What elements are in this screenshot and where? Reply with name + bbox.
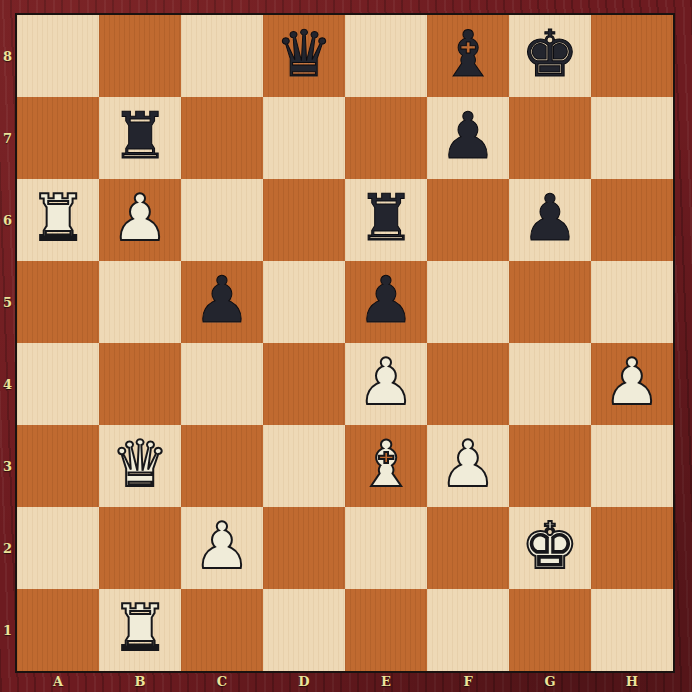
square-d4[interactable] [263,343,345,425]
square-h3[interactable] [591,425,673,507]
file-label-e: E [345,672,427,691]
square-g4[interactable] [509,343,591,425]
white-rook: ♜ [111,587,168,669]
square-f2[interactable] [427,507,509,589]
square-a6[interactable]: ♜ [17,179,99,261]
square-f8[interactable]: ♝ [427,15,509,97]
black-pawn: ♟ [521,177,578,259]
file-label-g: G [509,672,591,691]
square-g5[interactable] [509,261,591,343]
rank-label-5: 5 [0,261,15,343]
square-c4[interactable] [181,343,263,425]
white-rook: ♜ [29,177,86,259]
square-d5[interactable] [263,261,345,343]
square-e6[interactable]: ♜ [345,179,427,261]
white-pawn: ♟ [603,341,660,423]
black-pawn: ♟ [193,259,250,341]
rank-label-1: 1 [0,589,15,671]
file-label-a: A [17,672,99,691]
square-a1[interactable] [17,589,99,671]
square-f1[interactable] [427,589,509,671]
square-f4[interactable] [427,343,509,425]
square-g7[interactable] [509,97,591,179]
file-labels: ABCDEFGH [17,672,673,691]
square-h2[interactable] [591,507,673,589]
square-e1[interactable] [345,589,427,671]
square-a3[interactable] [17,425,99,507]
square-d7[interactable] [263,97,345,179]
square-c6[interactable] [181,179,263,261]
square-a8[interactable] [17,15,99,97]
rank-label-7: 7 [0,97,15,179]
black-rook: ♜ [357,177,414,259]
rank-label-8: 8 [0,15,15,97]
white-pawn: ♟ [111,177,168,259]
black-king: ♚ [521,13,578,95]
file-label-b: B [99,672,181,691]
black-bishop: ♝ [439,13,496,95]
square-d1[interactable] [263,589,345,671]
square-g1[interactable] [509,589,591,671]
square-f6[interactable] [427,179,509,261]
square-b5[interactable] [99,261,181,343]
white-bishop: ♝ [357,423,414,505]
square-b2[interactable] [99,507,181,589]
board-frame: 87654321 ♛♝♚♜♟♜♟♜♟♟♟♟♟♛♝♟♟♚♜ ABCDEFGH [0,0,692,692]
rank-label-4: 4 [0,343,15,425]
white-queen: ♛ [111,423,168,505]
black-pawn: ♟ [439,95,496,177]
square-f3[interactable]: ♟ [427,425,509,507]
rank-label-2: 2 [0,507,15,589]
square-f7[interactable]: ♟ [427,97,509,179]
chess-board: ♛♝♚♜♟♜♟♜♟♟♟♟♟♛♝♟♟♚♜ [15,13,675,673]
square-h5[interactable] [591,261,673,343]
square-e7[interactable] [345,97,427,179]
square-h7[interactable] [591,97,673,179]
square-b8[interactable] [99,15,181,97]
rank-labels: 87654321 [0,15,15,671]
white-pawn: ♟ [357,341,414,423]
square-c1[interactable] [181,589,263,671]
square-c8[interactable] [181,15,263,97]
black-pawn: ♟ [357,259,414,341]
file-label-c: C [181,672,263,691]
square-e8[interactable] [345,15,427,97]
white-king: ♚ [521,505,578,587]
square-b6[interactable]: ♟ [99,179,181,261]
white-pawn: ♟ [193,505,250,587]
rank-label-3: 3 [0,425,15,507]
square-g3[interactable] [509,425,591,507]
black-rook: ♜ [111,95,168,177]
square-b4[interactable] [99,343,181,425]
square-h8[interactable] [591,15,673,97]
white-pawn: ♟ [439,423,496,505]
square-d3[interactable] [263,425,345,507]
file-label-h: H [591,672,673,691]
square-c7[interactable] [181,97,263,179]
square-h1[interactable] [591,589,673,671]
square-h6[interactable] [591,179,673,261]
square-a4[interactable] [17,343,99,425]
square-h4[interactable]: ♟ [591,343,673,425]
square-e5[interactable]: ♟ [345,261,427,343]
square-d6[interactable] [263,179,345,261]
file-label-d: D [263,672,345,691]
square-b7[interactable]: ♜ [99,97,181,179]
rank-label-6: 6 [0,179,15,261]
square-a5[interactable] [17,261,99,343]
file-label-f: F [427,672,509,691]
square-d2[interactable] [263,507,345,589]
square-c5[interactable]: ♟ [181,261,263,343]
square-a7[interactable] [17,97,99,179]
square-b3[interactable]: ♛ [99,425,181,507]
square-e3[interactable]: ♝ [345,425,427,507]
square-b1[interactable]: ♜ [99,589,181,671]
square-g8[interactable]: ♚ [509,15,591,97]
square-c2[interactable]: ♟ [181,507,263,589]
square-d8[interactable]: ♛ [263,15,345,97]
square-c3[interactable] [181,425,263,507]
square-e4[interactable]: ♟ [345,343,427,425]
square-g2[interactable]: ♚ [509,507,591,589]
square-a2[interactable] [17,507,99,589]
square-e2[interactable] [345,507,427,589]
black-queen: ♛ [275,13,332,95]
square-g6[interactable]: ♟ [509,179,591,261]
square-f5[interactable] [427,261,509,343]
